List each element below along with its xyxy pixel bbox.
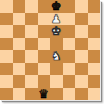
- square-f6[interactable]: [63, 25, 76, 38]
- square-b3[interactable]: [13, 63, 26, 76]
- square-d5[interactable]: [38, 38, 51, 51]
- square-e2[interactable]: [50, 75, 63, 88]
- square-g6[interactable]: [75, 25, 88, 38]
- square-b6[interactable]: [13, 25, 26, 38]
- square-e7[interactable]: ♟: [50, 13, 63, 26]
- square-b2[interactable]: [13, 75, 26, 88]
- square-c4[interactable]: [25, 50, 38, 63]
- square-g5[interactable]: [75, 38, 88, 51]
- square-d4[interactable]: [38, 50, 51, 63]
- chess-board: ♚♟♚♞♛: [0, 0, 100, 100]
- square-g4[interactable]: [75, 50, 88, 63]
- square-c6[interactable]: [25, 25, 38, 38]
- square-e3[interactable]: [50, 63, 63, 76]
- square-e4[interactable]: ♞: [50, 50, 63, 63]
- square-f4[interactable]: [63, 50, 76, 63]
- square-c3[interactable]: [25, 63, 38, 76]
- square-h6[interactable]: [88, 25, 101, 38]
- square-b4[interactable]: [13, 50, 26, 63]
- square-b7[interactable]: [13, 13, 26, 26]
- square-e8[interactable]: ♚: [50, 0, 63, 13]
- square-a8[interactable]: [0, 0, 13, 13]
- piece-white-king[interactable]: ♚: [51, 25, 62, 38]
- square-b8[interactable]: [13, 0, 26, 13]
- square-g3[interactable]: [75, 63, 88, 76]
- square-h7[interactable]: [88, 13, 101, 26]
- square-a5[interactable]: [0, 38, 13, 51]
- square-c2[interactable]: [25, 75, 38, 88]
- square-f5[interactable]: [63, 38, 76, 51]
- square-h8[interactable]: [88, 0, 101, 13]
- square-c8[interactable]: [25, 0, 38, 13]
- square-f3[interactable]: [63, 63, 76, 76]
- square-c7[interactable]: [25, 13, 38, 26]
- square-a3[interactable]: [0, 63, 13, 76]
- square-h2[interactable]: [88, 75, 101, 88]
- square-h5[interactable]: [88, 38, 101, 51]
- square-h1[interactable]: [88, 88, 101, 101]
- square-e5[interactable]: [50, 38, 63, 51]
- square-d6[interactable]: [38, 25, 51, 38]
- square-a7[interactable]: [0, 13, 13, 26]
- square-g7[interactable]: [75, 13, 88, 26]
- square-h4[interactable]: [88, 50, 101, 63]
- square-d8[interactable]: [38, 0, 51, 13]
- square-d2[interactable]: [38, 75, 51, 88]
- square-e1[interactable]: [50, 88, 63, 101]
- square-a1[interactable]: [0, 88, 13, 101]
- square-f8[interactable]: [63, 0, 76, 13]
- square-a4[interactable]: [0, 50, 13, 63]
- square-g1[interactable]: [75, 88, 88, 101]
- square-f2[interactable]: [63, 75, 76, 88]
- square-c5[interactable]: [25, 38, 38, 51]
- square-d1[interactable]: ♛: [38, 88, 51, 101]
- square-g8[interactable]: [75, 0, 88, 13]
- square-c1[interactable]: [25, 88, 38, 101]
- square-f7[interactable]: [63, 13, 76, 26]
- square-d3[interactable]: [38, 63, 51, 76]
- square-b1[interactable]: [13, 88, 26, 101]
- piece-white-pawn[interactable]: ♟: [51, 13, 62, 26]
- piece-black-king[interactable]: ♚: [51, 0, 62, 13]
- piece-white-knight[interactable]: ♞: [51, 50, 62, 63]
- square-d7[interactable]: [38, 13, 51, 26]
- square-a6[interactable]: [0, 25, 13, 38]
- square-e6[interactable]: ♚: [50, 25, 63, 38]
- square-f1[interactable]: [63, 88, 76, 101]
- square-h3[interactable]: [88, 63, 101, 76]
- board-frame: ♚♟♚♞♛: [0, 0, 104, 104]
- square-b5[interactable]: [13, 38, 26, 51]
- square-g2[interactable]: [75, 75, 88, 88]
- piece-black-queen[interactable]: ♛: [38, 88, 49, 101]
- square-a2[interactable]: [0, 75, 13, 88]
